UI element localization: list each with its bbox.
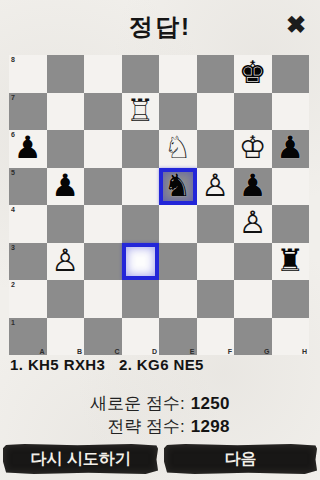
rank-label-4: 4	[11, 206, 15, 213]
square-c3[interactable]	[84, 243, 122, 281]
square-h4[interactable]	[272, 205, 310, 243]
piece-white-pawn: ♙	[239, 207, 267, 238]
square-d8[interactable]	[122, 55, 160, 93]
piece-white-rook: ♖	[126, 95, 154, 126]
piece-black-rook: ♜	[276, 245, 304, 276]
strategy-score-value: 1298	[191, 417, 230, 437]
strategy-score-label: 전략 점수:	[90, 417, 184, 437]
square-e1[interactable]: E	[159, 318, 197, 356]
square-a2[interactable]: 2	[9, 280, 47, 318]
square-d1[interactable]: D	[122, 318, 160, 356]
square-a8[interactable]: 8	[9, 55, 47, 93]
next-button[interactable]: 다음	[164, 444, 317, 474]
square-c2[interactable]	[84, 280, 122, 318]
retry-button[interactable]: 다시 시도하기	[3, 444, 158, 474]
file-label-c: C	[114, 348, 119, 355]
square-b1[interactable]: B	[47, 318, 85, 356]
file-label-f: F	[228, 348, 232, 355]
square-d3[interactable]	[122, 243, 160, 281]
square-h1[interactable]: H	[272, 318, 310, 356]
solution-moves: 1. KH5 RXH3 2. KG6 NE5	[10, 356, 204, 373]
square-d6[interactable]	[122, 130, 160, 168]
square-f8[interactable]	[197, 55, 235, 93]
square-c7[interactable]	[84, 93, 122, 131]
square-e7[interactable]	[159, 93, 197, 131]
square-d7[interactable]: ♖	[122, 93, 160, 131]
square-e3[interactable]	[159, 243, 197, 281]
square-h6[interactable]: ♟	[272, 130, 310, 168]
score-panel: 새로운 점수: 1250 전략 점수: 1298	[0, 394, 320, 437]
piece-black-pawn: ♟	[276, 132, 304, 163]
square-f2[interactable]	[197, 280, 235, 318]
square-a4[interactable]: 4	[9, 205, 47, 243]
square-b7[interactable]	[47, 93, 85, 131]
square-g2[interactable]	[234, 280, 272, 318]
square-g8[interactable]: ♚	[234, 55, 272, 93]
piece-white-knight: ♘	[164, 132, 192, 163]
answer-screen: { "header": { "title": "정답!", "close_ico…	[0, 0, 320, 480]
piece-black-pawn: ♟	[51, 170, 79, 201]
close-button[interactable]: ✖	[280, 9, 312, 41]
rank-label-1: 1	[11, 319, 15, 326]
rank-label-3: 3	[11, 244, 15, 251]
square-a6[interactable]: ♟6	[9, 130, 47, 168]
square-e6[interactable]: ♘	[159, 130, 197, 168]
square-b8[interactable]	[47, 55, 85, 93]
square-g7[interactable]	[234, 93, 272, 131]
piece-white-pawn: ♙	[51, 245, 79, 276]
piece-black-pawn: ♟	[239, 170, 267, 201]
square-b5[interactable]: ♟	[47, 168, 85, 206]
piece-white-king: ♔	[239, 132, 267, 163]
square-h5[interactable]	[272, 168, 310, 206]
square-b6[interactable]	[47, 130, 85, 168]
square-f6[interactable]	[197, 130, 235, 168]
square-f3[interactable]	[197, 243, 235, 281]
rank-label-2: 2	[11, 281, 15, 288]
square-a1[interactable]: 1A	[9, 318, 47, 356]
page-title: 정답!	[0, 11, 320, 43]
square-h8[interactable]	[272, 55, 310, 93]
new-score-value: 1250	[191, 394, 230, 414]
square-f1[interactable]: F	[197, 318, 235, 356]
square-e8[interactable]	[159, 55, 197, 93]
square-e5[interactable]: ♞	[159, 168, 197, 206]
rank-label-5: 5	[11, 169, 15, 176]
square-g6[interactable]: ♔	[234, 130, 272, 168]
square-g4[interactable]: ♙	[234, 205, 272, 243]
square-g5[interactable]: ♟	[234, 168, 272, 206]
square-d5[interactable]	[122, 168, 160, 206]
square-b3[interactable]: ♙	[47, 243, 85, 281]
new-score-label: 새로운 점수:	[90, 394, 184, 414]
rank-label-7: 7	[11, 94, 15, 101]
file-label-a: A	[39, 348, 44, 355]
square-c4[interactable]	[84, 205, 122, 243]
square-c8[interactable]	[84, 55, 122, 93]
square-a7[interactable]: 7	[9, 93, 47, 131]
file-label-e: E	[190, 348, 195, 355]
close-icon: ✖	[286, 13, 306, 37]
square-f7[interactable]	[197, 93, 235, 131]
piece-black-king: ♚	[239, 57, 267, 88]
rank-label-6: 6	[11, 131, 15, 138]
file-label-h: H	[302, 348, 307, 355]
file-label-d: D	[152, 348, 157, 355]
square-e4[interactable]	[159, 205, 197, 243]
rank-label-8: 8	[11, 56, 15, 63]
piece-black-knight: ♞	[164, 170, 192, 201]
square-g3[interactable]	[234, 243, 272, 281]
square-h3[interactable]: ♜	[272, 243, 310, 281]
file-label-g: G	[264, 348, 269, 355]
square-f5[interactable]: ♙	[197, 168, 235, 206]
square-c5[interactable]	[84, 168, 122, 206]
square-f4[interactable]	[197, 205, 235, 243]
square-a3[interactable]: 3	[9, 243, 47, 281]
square-c1[interactable]: C	[84, 318, 122, 356]
square-g1[interactable]: G	[234, 318, 272, 356]
square-e2[interactable]	[159, 280, 197, 318]
square-b4[interactable]	[47, 205, 85, 243]
square-b2[interactable]	[47, 280, 85, 318]
piece-black-pawn: ♟	[14, 132, 42, 163]
chess-board: 8♚7♖♟6♘♔♟5♟♞♙♟4♙3♙♜21ABCDEFGH	[9, 55, 309, 355]
square-h2[interactable]	[272, 280, 310, 318]
file-label-b: B	[77, 348, 82, 355]
square-d2[interactable]	[122, 280, 160, 318]
square-a5[interactable]: 5	[9, 168, 47, 206]
square-c6[interactable]	[84, 130, 122, 168]
square-d4[interactable]	[122, 205, 160, 243]
piece-white-pawn: ♙	[201, 170, 229, 201]
square-h7[interactable]	[272, 93, 310, 131]
